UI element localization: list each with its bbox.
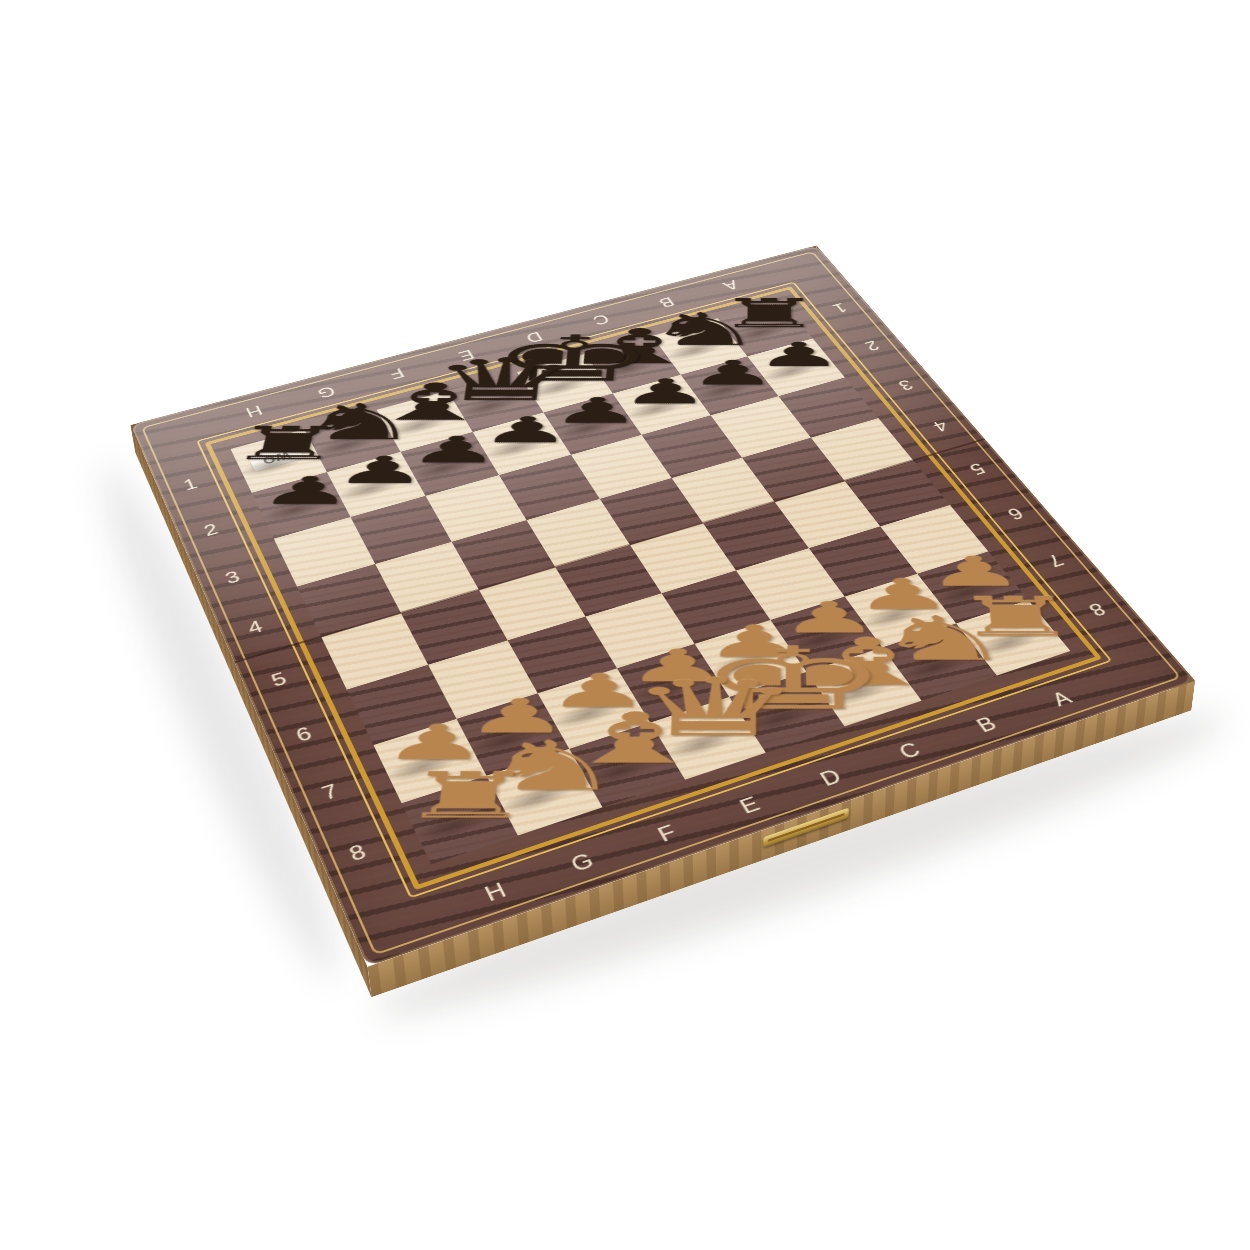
square-g6: [428, 640, 538, 718]
scene: HGFEDCBAHGFEDCBA1234567812345678 WO ♜♞♝♚…: [0, 0, 1250, 1250]
square-g5: [401, 590, 508, 665]
piece-black-pawn-h2: ♟: [200, 472, 413, 510]
chess-board: HGFEDCBAHGFEDCBA1234567812345678 WO ♜♞♝♚…: [131, 246, 1195, 967]
square-e5: [555, 545, 661, 617]
square-e6: [585, 593, 694, 668]
